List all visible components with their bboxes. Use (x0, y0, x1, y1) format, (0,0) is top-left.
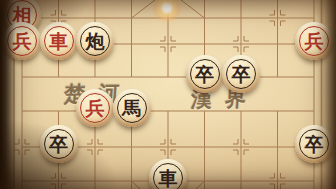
piece-black-soldier[interactable]: 卒 (295, 125, 333, 163)
piece-black-soldier[interactable]: 卒 (186, 55, 224, 93)
piece-glyph: 車 (153, 163, 183, 189)
xiangqi-board: 楚河 漢界 相兵車炮兵卒卒兵馬卒卒車 (0, 0, 336, 189)
piece-glyph: 卒 (299, 129, 329, 159)
piece-glyph: 車 (44, 26, 74, 56)
piece-black-cannon[interactable]: 炮 (76, 22, 114, 60)
piece-red-soldier[interactable]: 兵 (295, 22, 333, 60)
piece-glyph: 卒 (44, 129, 74, 159)
piece-black-chariot[interactable]: 車 (149, 159, 187, 189)
piece-red-chariot[interactable]: 車 (40, 22, 78, 60)
last-move-glow-indicator (152, 0, 182, 23)
piece-glyph: 兵 (7, 26, 37, 56)
piece-glyph: 馬 (117, 93, 147, 123)
piece-glyph: 兵 (299, 26, 329, 56)
piece-glyph: 卒 (226, 59, 256, 89)
piece-red-soldier[interactable]: 兵 (3, 22, 41, 60)
piece-black-soldier[interactable]: 卒 (40, 125, 78, 163)
piece-glyph: 炮 (80, 26, 110, 56)
piece-glyph: 卒 (190, 59, 220, 89)
piece-black-horse[interactable]: 馬 (113, 89, 151, 127)
piece-black-soldier[interactable]: 卒 (222, 55, 260, 93)
piece-red-soldier[interactable]: 兵 (76, 89, 114, 127)
piece-glyph: 兵 (80, 93, 110, 123)
